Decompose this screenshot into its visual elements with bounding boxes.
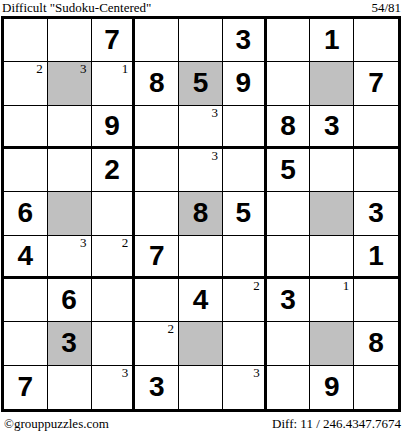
cell-r5c4[interactable] [135, 192, 179, 235]
cell-r7c7[interactable]: 3 [267, 279, 311, 322]
cell-r5c5[interactable]: 8 [179, 192, 223, 235]
given-digit: 3 [324, 112, 340, 140]
cell-r1c6[interactable]: 3 [223, 19, 267, 62]
cell-r9c4[interactable]: 3 [135, 366, 179, 409]
given-digit: 3 [61, 329, 77, 357]
given-digit: 6 [18, 199, 34, 227]
cell-r9c8[interactable]: 9 [310, 366, 354, 409]
cell-r5c9[interactable]: 3 [354, 192, 398, 235]
cell-r3c6[interactable] [223, 106, 267, 149]
cell-r8c4[interactable]: 2 [135, 322, 179, 365]
given-digit: 4 [193, 286, 209, 314]
cell-counter: 54/81 [371, 0, 401, 16]
cell-r3c9[interactable] [354, 106, 398, 149]
cell-r8c2[interactable]: 3 [48, 322, 92, 365]
pencil-mark: 3 [122, 366, 129, 380]
given-digit: 5 [235, 199, 251, 227]
cell-r7c9[interactable] [354, 279, 398, 322]
cell-r8c8[interactable] [310, 322, 354, 365]
given-digit: 4 [18, 242, 34, 270]
pencil-mark: 1 [343, 279, 350, 293]
given-digit: 3 [149, 373, 165, 401]
cell-r3c2[interactable] [48, 106, 92, 149]
given-digit: 7 [18, 373, 34, 401]
given-digit: 9 [324, 373, 340, 401]
cell-r8c1[interactable] [4, 322, 48, 365]
cell-r4c4[interactable] [135, 149, 179, 192]
given-digit: 9 [235, 69, 251, 97]
given-digit: 7 [104, 26, 120, 54]
cell-r4c9[interactable] [354, 149, 398, 192]
cell-r1c8[interactable]: 1 [310, 19, 354, 62]
cell-r2c3[interactable]: 1 [92, 62, 136, 105]
cell-r1c1[interactable] [4, 19, 48, 62]
cell-r4c1[interactable] [4, 149, 48, 192]
cell-r4c8[interactable] [310, 149, 354, 192]
cell-r1c4[interactable] [135, 19, 179, 62]
cell-r5c8[interactable] [310, 192, 354, 235]
cell-r9c5[interactable] [179, 366, 223, 409]
pencil-mark: 2 [36, 62, 43, 76]
cell-r6c5[interactable] [179, 236, 223, 279]
given-digit: 5 [280, 156, 296, 184]
sudoku-board: 731231859793832356853432716423132873339 [1, 16, 401, 412]
cell-r7c3[interactable] [92, 279, 136, 322]
cell-r8c9[interactable]: 8 [354, 322, 398, 365]
cell-r5c3[interactable] [92, 192, 136, 235]
pencil-mark: 3 [80, 236, 87, 250]
cell-r2c6[interactable]: 9 [223, 62, 267, 105]
cell-r1c9[interactable] [354, 19, 398, 62]
cell-r7c8[interactable]: 1 [310, 279, 354, 322]
cell-r6c2[interactable]: 3 [48, 236, 92, 279]
cell-r1c5[interactable] [179, 19, 223, 62]
cell-r6c8[interactable] [310, 236, 354, 279]
pencil-mark: 2 [168, 322, 175, 336]
cell-r4c5[interactable]: 3 [179, 149, 223, 192]
cell-r2c7[interactable] [267, 62, 311, 105]
cell-r9c7[interactable] [267, 366, 311, 409]
cell-r4c7[interactable]: 5 [267, 149, 311, 192]
cell-r2c5[interactable]: 5 [179, 62, 223, 105]
cell-r8c7[interactable] [267, 322, 311, 365]
pencil-mark: 1 [122, 62, 129, 76]
cell-r4c3[interactable]: 2 [92, 149, 136, 192]
given-digit: 7 [149, 242, 165, 270]
cell-r7c6[interactable]: 2 [223, 279, 267, 322]
cell-r3c4[interactable] [135, 106, 179, 149]
cell-r2c2[interactable]: 3 [48, 62, 92, 105]
cell-r3c1[interactable] [4, 106, 48, 149]
cell-r6c3[interactable]: 2 [92, 236, 136, 279]
cell-r2c4[interactable]: 8 [135, 62, 179, 105]
cell-r6c6[interactable] [223, 236, 267, 279]
cell-r5c6[interactable]: 5 [223, 192, 267, 235]
given-digit: 2 [104, 156, 120, 184]
cell-r1c3[interactable]: 7 [92, 19, 136, 62]
pencil-mark: 2 [122, 236, 129, 250]
given-digit: 3 [235, 26, 251, 54]
difficulty-text: Diff: 11 / 246.4347.7674 [272, 416, 401, 432]
cell-r9c2[interactable] [48, 366, 92, 409]
cell-r3c7[interactable]: 8 [267, 106, 311, 149]
cell-r7c2[interactable]: 6 [48, 279, 92, 322]
title-bar: Difficult "Sudoku-Centered" 54/81 [2, 0, 401, 15]
cell-r4c2[interactable] [48, 149, 92, 192]
given-digit: 8 [149, 69, 165, 97]
given-digit: 8 [280, 112, 296, 140]
cell-r9c1[interactable]: 7 [4, 366, 48, 409]
given-digit: 1 [368, 242, 384, 270]
cell-r9c9[interactable] [354, 366, 398, 409]
pencil-mark: 3 [253, 366, 260, 380]
cell-r5c1[interactable]: 6 [4, 192, 48, 235]
cell-r5c2[interactable] [48, 192, 92, 235]
copyright-text: ©grouppuzzles.com [4, 416, 109, 432]
cell-r4c6[interactable] [223, 149, 267, 192]
cell-r6c1[interactable]: 4 [4, 236, 48, 279]
footer-bar: ©grouppuzzles.com Diff: 11 / 246.4347.76… [4, 416, 401, 432]
given-digit: 3 [368, 199, 384, 227]
cell-r6c7[interactable] [267, 236, 311, 279]
cell-r8c3[interactable] [92, 322, 136, 365]
cell-r9c6[interactable]: 3 [223, 366, 267, 409]
cell-r8c5[interactable] [179, 322, 223, 365]
given-digit: 7 [368, 69, 384, 97]
cell-r2c8[interactable] [310, 62, 354, 105]
cell-r7c5[interactable]: 4 [179, 279, 223, 322]
given-digit: 6 [61, 286, 77, 314]
pencil-mark: 3 [80, 62, 87, 76]
given-digit: 8 [193, 199, 209, 227]
cell-r2c9[interactable]: 7 [354, 62, 398, 105]
cell-r6c4[interactable]: 7 [135, 236, 179, 279]
cell-r3c5[interactable]: 3 [179, 106, 223, 149]
cell-r7c1[interactable] [4, 279, 48, 322]
given-digit: 9 [104, 112, 120, 140]
given-digit: 3 [280, 286, 296, 314]
cell-r2c1[interactable]: 2 [4, 62, 48, 105]
given-digit: 8 [368, 329, 384, 357]
given-digit: 5 [193, 69, 209, 97]
cell-r1c7[interactable] [267, 19, 311, 62]
cell-r3c3[interactable]: 9 [92, 106, 136, 149]
cell-r8c6[interactable] [223, 322, 267, 365]
cell-r3c8[interactable]: 3 [310, 106, 354, 149]
puzzle-title: Difficult "Sudoku-Centered" [2, 0, 151, 16]
pencil-mark: 3 [211, 149, 218, 163]
given-digit: 1 [324, 26, 340, 54]
cell-r9c3[interactable]: 3 [92, 366, 136, 409]
cell-r7c4[interactable] [135, 279, 179, 322]
cell-r1c2[interactable] [48, 19, 92, 62]
pencil-mark: 2 [253, 279, 260, 293]
cell-r6c9[interactable]: 1 [354, 236, 398, 279]
cell-r5c7[interactable] [267, 192, 311, 235]
pencil-mark: 3 [211, 106, 218, 120]
